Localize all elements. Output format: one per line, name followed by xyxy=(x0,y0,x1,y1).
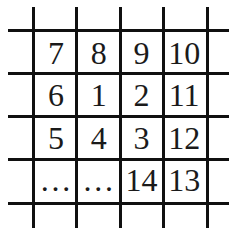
grid-line-horizontal-5 xyxy=(8,202,229,205)
cell-r1c2: 8 xyxy=(77,32,120,75)
cell-r1c1: 7 xyxy=(35,32,78,75)
cell-r2c1: 6 xyxy=(35,74,78,117)
cell-r2c2: 1 xyxy=(77,74,120,117)
cell-r3c4: 12 xyxy=(163,117,206,160)
cell-r4c1: … xyxy=(35,159,78,202)
cell-r2c4: 11 xyxy=(163,74,206,117)
cell-r4c2: … xyxy=(77,159,120,202)
cell-r1c4: 10 xyxy=(163,32,206,75)
cell-r2c3: 2 xyxy=(120,74,163,117)
cell-r3c2: 4 xyxy=(77,117,120,160)
number-spiral-board: 789106121154312……1413 xyxy=(0,0,241,240)
cell-r3c3: 3 xyxy=(120,117,163,160)
cell-r1c3: 9 xyxy=(120,32,163,75)
cell-grid: 789106121154312……1413 xyxy=(35,32,206,202)
cell-r3c1: 5 xyxy=(35,117,78,160)
cell-r4c3: 14 xyxy=(120,159,163,202)
cell-r4c4: 13 xyxy=(163,159,206,202)
